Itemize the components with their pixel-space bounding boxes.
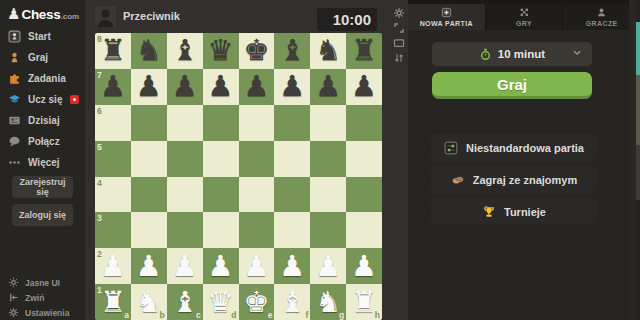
- sidebar-nav: StartGrajZadaniaUcz sięDzisiajPołączWięc…: [0, 26, 85, 173]
- square-c5[interactable]: [167, 141, 203, 177]
- footer-item-ustawienia[interactable]: Ustawienia: [8, 305, 85, 320]
- board-theme-icon[interactable]: [393, 37, 405, 49]
- square-g3[interactable]: [310, 212, 346, 248]
- square-a8[interactable]: 8♜: [95, 33, 131, 69]
- square-f8[interactable]: ♝: [274, 33, 310, 69]
- sidebar-footer: Jasne UIZwińUstawienia: [8, 275, 85, 320]
- square-h2[interactable]: ♟: [346, 248, 382, 284]
- chevron-down-icon: [573, 50, 583, 58]
- tab-gry[interactable]: GRY: [486, 4, 564, 30]
- panel-tabs: NOWA PARTIAGRYGRACZE: [408, 4, 640, 30]
- square-d5[interactable]: [203, 141, 239, 177]
- square-g8[interactable]: ♞: [310, 33, 346, 69]
- square-g6[interactable]: [310, 105, 346, 141]
- piece-black-p-c7: ♟: [172, 72, 198, 101]
- right-edge-strip: [629, 0, 636, 320]
- piece-white-r-h1: ♜: [351, 288, 377, 317]
- square-e3[interactable]: [239, 212, 275, 248]
- board-settings-icon[interactable]: [393, 7, 405, 19]
- sidebar-item-ucz-si-[interactable]: Ucz się: [0, 89, 85, 110]
- square-d3[interactable]: [203, 212, 239, 248]
- square-a6[interactable]: 6: [95, 105, 131, 141]
- piece-black-q-d8: ♛: [208, 36, 234, 65]
- square-f1[interactable]: f♝: [274, 284, 310, 320]
- square-c2[interactable]: ♟: [167, 248, 203, 284]
- square-e1[interactable]: e♚: [239, 284, 275, 320]
- square-c8[interactable]: ♝: [167, 33, 203, 69]
- square-g2[interactable]: ♟: [310, 248, 346, 284]
- person-silhouette-icon: [95, 6, 116, 27]
- dots-icon: [8, 156, 21, 169]
- square-b3[interactable]: [131, 212, 167, 248]
- square-e8[interactable]: ♚: [239, 33, 275, 69]
- piece-white-b-c1: ♝: [172, 288, 198, 317]
- custom-game-icon: [444, 141, 458, 155]
- puzzle-icon: [8, 72, 21, 85]
- square-e4[interactable]: [239, 177, 275, 213]
- piece-black-n-b8: ♞: [136, 36, 162, 65]
- square-a3[interactable]: 3: [95, 212, 131, 248]
- square-h4[interactable]: [346, 177, 382, 213]
- piece-black-p-d7: ♟: [208, 72, 234, 101]
- square-b5[interactable]: [131, 141, 167, 177]
- square-b4[interactable]: [131, 177, 167, 213]
- square-f6[interactable]: [274, 105, 310, 141]
- sidebar-item-zadania[interactable]: Zadania: [0, 68, 85, 89]
- square-f4[interactable]: [274, 177, 310, 213]
- login-button[interactable]: Zaloguj się: [12, 204, 73, 226]
- square-f2[interactable]: ♟: [274, 248, 310, 284]
- square-f3[interactable]: [274, 212, 310, 248]
- square-d1[interactable]: d♛: [203, 284, 239, 320]
- trophy-icon: [482, 205, 496, 219]
- square-b1[interactable]: b♞: [131, 284, 167, 320]
- piece-white-p-d2: ♟: [208, 252, 234, 281]
- square-c6[interactable]: [167, 105, 203, 141]
- stopwatch-icon: [479, 48, 492, 61]
- opponent-name: Przeciwnik: [123, 10, 180, 22]
- square-d6[interactable]: [203, 105, 239, 141]
- piece-white-q-d1: ♛: [208, 288, 234, 317]
- square-g4[interactable]: [310, 177, 346, 213]
- sidebar-item-graj[interactable]: Graj: [0, 47, 85, 68]
- piece-black-p-a7: ♟: [100, 72, 126, 101]
- piece-white-p-c2: ♟: [172, 252, 198, 281]
- piece-white-p-g2: ♟: [315, 252, 341, 281]
- square-h7[interactable]: ♟: [346, 69, 382, 105]
- square-h1[interactable]: h♜: [346, 284, 382, 320]
- checkerboard-icon: [519, 7, 530, 18]
- piece-black-r-h8: ♜: [351, 36, 377, 65]
- piece-white-p-f2: ♟: [279, 252, 305, 281]
- square-h5[interactable]: [346, 141, 382, 177]
- framed-pawn-icon: [8, 30, 21, 43]
- square-c4[interactable]: [167, 177, 203, 213]
- plus-square-icon: [441, 7, 452, 18]
- opponent-clock: 10:00: [317, 8, 377, 31]
- square-c1[interactable]: c♝: [167, 284, 203, 320]
- sun-icon: [8, 277, 19, 288]
- gear-icon: [8, 307, 19, 318]
- piece-black-n-g8: ♞: [315, 36, 341, 65]
- square-d4[interactable]: [203, 177, 239, 213]
- time-control-value: 10 minut: [498, 48, 545, 60]
- square-e2[interactable]: ♟: [239, 248, 275, 284]
- piece-black-b-f8: ♝: [279, 36, 305, 65]
- piece-black-b-c8: ♝: [172, 36, 198, 65]
- play-panel: NOWA PARTIAGRYGRACZE 10 minut Graj Niest…: [408, 0, 640, 320]
- square-f7[interactable]: ♟: [274, 69, 310, 105]
- piece-white-p-b2: ♟: [136, 252, 162, 281]
- piece-white-p-h2: ♟: [351, 252, 377, 281]
- piece-black-p-g7: ♟: [315, 72, 341, 101]
- option-niestandardowa-partia[interactable]: Niestandardowa partia: [431, 134, 597, 161]
- board-area: Przeciwnik 10:00 8♜♞♝♛♚♝♞♜7♟♟♟♟♟♟♟♟65432…: [85, 0, 408, 320]
- piece-white-b-f1: ♝: [279, 288, 305, 317]
- sidebar: ♟ Chess .com StartGrajZadaniaUcz sięDzis…: [0, 0, 85, 320]
- square-g7[interactable]: ♟: [310, 69, 346, 105]
- right-edge-cutoff-content: [636, 0, 640, 320]
- piece-black-r-a8: ♜: [100, 36, 126, 65]
- square-b2[interactable]: ♟: [131, 248, 167, 284]
- square-f5[interactable]: [274, 141, 310, 177]
- board-controls: [393, 7, 405, 64]
- square-e5[interactable]: [239, 141, 275, 177]
- square-d2[interactable]: ♟: [203, 248, 239, 284]
- notification-badge: [70, 95, 79, 104]
- square-c3[interactable]: [167, 212, 203, 248]
- square-h3[interactable]: [346, 212, 382, 248]
- brand-tld: .com: [60, 12, 79, 21]
- piece-white-r-a1: ♜: [100, 288, 126, 317]
- piece-white-p-e2: ♟: [243, 252, 269, 281]
- play-button[interactable]: Graj: [432, 72, 592, 99]
- brand-name: Chess: [21, 7, 60, 22]
- square-b8[interactable]: ♞: [131, 33, 167, 69]
- chat-icon: [8, 135, 21, 148]
- square-c7[interactable]: ♟: [167, 69, 203, 105]
- square-b7[interactable]: ♟: [131, 69, 167, 105]
- square-a2[interactable]: 2♟: [95, 248, 131, 284]
- piece-black-p-f7: ♟: [279, 72, 305, 101]
- sidebar-item-start[interactable]: Start: [0, 26, 85, 47]
- grad-cap-icon: [8, 93, 21, 106]
- sidebar-item-po-cz[interactable]: Połącz: [0, 131, 85, 152]
- square-a7[interactable]: 7♟: [95, 69, 131, 105]
- handshake-icon: [451, 173, 465, 187]
- piece-black-p-b7: ♟: [136, 72, 162, 101]
- person-icon: [596, 7, 607, 18]
- collapse-icon: [8, 292, 19, 303]
- tab-nowa-partia[interactable]: NOWA PARTIA: [408, 4, 486, 30]
- fullscreen-icon[interactable]: [393, 22, 405, 34]
- chess-board: 8♜♞♝♛♚♝♞♜7♟♟♟♟♟♟♟♟65432♟♟♟♟♟♟♟♟1a♜b♞c♝d♛…: [95, 33, 382, 320]
- square-b6[interactable]: [131, 105, 167, 141]
- time-control-dropdown[interactable]: 10 minut: [432, 42, 592, 66]
- square-d7[interactable]: ♟: [203, 69, 239, 105]
- piece-white-n-b1: ♞: [136, 288, 162, 317]
- piece-white-k-e1: ♚: [243, 288, 269, 317]
- pawn-hand-icon: [8, 51, 21, 64]
- square-h8[interactable]: ♜: [346, 33, 382, 69]
- opponent-avatar: [95, 6, 116, 27]
- square-d8[interactable]: ♛: [203, 33, 239, 69]
- flip-board-icon[interactable]: [393, 52, 405, 64]
- signup-button[interactable]: Zarejestruj się: [12, 176, 73, 198]
- square-a1[interactable]: 1a♜: [95, 284, 131, 320]
- option-turnieje[interactable]: Turnieje: [431, 198, 597, 225]
- option-zagraj-ze-znajomym[interactable]: Zagraj ze znajomym: [431, 166, 597, 193]
- piece-black-p-e7: ♟: [243, 72, 269, 101]
- newspaper-icon: [8, 114, 21, 127]
- footer-item-jasne-ui[interactable]: Jasne UI: [8, 275, 85, 290]
- play-options: Niestandardowa partiaZagraj ze znajomymT…: [431, 134, 597, 230]
- square-a5[interactable]: 5: [95, 141, 131, 177]
- piece-white-n-g1: ♞: [315, 288, 341, 317]
- square-h6[interactable]: [346, 105, 382, 141]
- square-g1[interactable]: g♞: [310, 284, 346, 320]
- piece-black-k-e8: ♚: [243, 36, 269, 65]
- footer-item-zwi-[interactable]: Zwiń: [8, 290, 85, 305]
- piece-black-p-h7: ♟: [351, 72, 377, 101]
- square-e6[interactable]: [239, 105, 275, 141]
- pawn-logo-icon: ♟: [7, 5, 20, 23]
- square-g5[interactable]: [310, 141, 346, 177]
- square-a4[interactable]: 4: [95, 177, 131, 213]
- square-e7[interactable]: ♟: [239, 69, 275, 105]
- sidebar-item-wi-cej[interactable]: Więcej: [0, 152, 85, 173]
- piece-white-p-a2: ♟: [100, 252, 126, 281]
- chesscom-logo[interactable]: ♟ Chess .com: [7, 5, 79, 23]
- sidebar-item-dzisiaj[interactable]: Dzisiaj: [0, 110, 85, 131]
